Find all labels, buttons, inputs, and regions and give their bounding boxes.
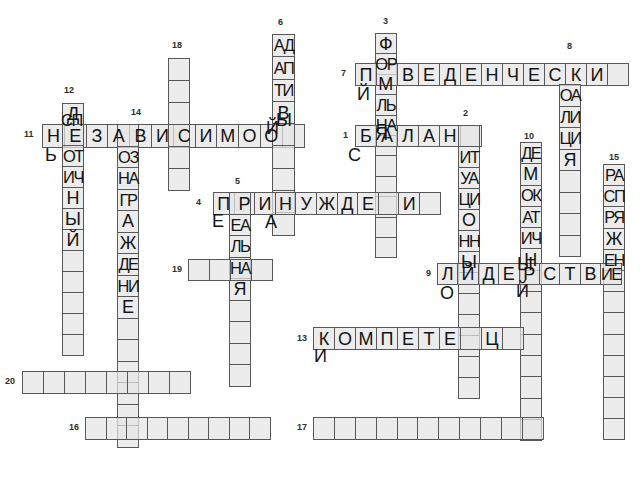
- cell-6-down-3[interactable]: ТИ: [272, 79, 295, 102]
- word-5-down: ЕАЛЬНАЯ: [229, 192, 251, 387]
- word-15-down: РАСПРЯЖЕН: [603, 164, 625, 440]
- cell-1-across-4[interactable]: А: [418, 125, 440, 147]
- cell-7-across-5[interactable]: Д: [439, 63, 461, 86]
- cell-9-across-9[interactable]: ИЕ: [600, 263, 621, 285]
- word-17-across: [313, 417, 544, 440]
- cell-9-across-7[interactable]: Т: [559, 263, 580, 285]
- cell-17-across-6[interactable]: [417, 417, 439, 440]
- cell-17-across-1[interactable]: [313, 417, 335, 440]
- clue-number-14: 14: [131, 108, 141, 117]
- cell-2-down-5[interactable]: О: [458, 209, 480, 231]
- cell-8-down-8[interactable]: [559, 235, 581, 258]
- cell-17-across-5[interactable]: [397, 417, 419, 440]
- cell-14-down-7[interactable]: ДЕ: [117, 253, 139, 276]
- cell-letter: З: [92, 127, 103, 145]
- cell-letter: ИЕ: [601, 266, 621, 283]
- cell-letter: Ж: [318, 195, 335, 213]
- cell-letter: ЛИ: [560, 109, 580, 126]
- cell-letter: Е: [423, 66, 435, 84]
- word-4-across: ПРИНУЖДЕИ: [213, 192, 441, 215]
- word-18-down: [168, 58, 190, 191]
- cell-letter: М: [523, 165, 538, 183]
- cell-letter: Й: [462, 265, 475, 283]
- cell-13-across-9[interactable]: Ц: [481, 327, 503, 350]
- cell-letter: Я: [564, 151, 577, 169]
- cell-letter: В: [584, 265, 596, 283]
- cell-letter: К: [571, 66, 582, 84]
- cell-17-across-8[interactable]: [459, 417, 481, 440]
- cell-2-down-2[interactable]: ИТ: [458, 146, 480, 168]
- cell-14-down-11[interactable]: [117, 339, 139, 362]
- cell-4-across-8[interactable]: Е: [357, 192, 379, 215]
- cell-7-across-12[interactable]: И: [586, 63, 608, 86]
- cell-5-down-3[interactable]: ЛЬ: [229, 235, 251, 258]
- cell-letter: П: [360, 66, 373, 84]
- cell-letter: РЯ: [604, 209, 624, 226]
- cell-letter: А: [122, 212, 134, 230]
- cell-9-across-1[interactable]: Л: [437, 263, 458, 285]
- word-8-down: ОАЛИЦИЯ: [559, 84, 581, 257]
- cell-19-across-4[interactable]: [251, 259, 273, 281]
- stray-letter-2: СП: [61, 112, 82, 129]
- clue-number-12: 12: [64, 86, 74, 95]
- cell-10-down-11[interactable]: [520, 355, 542, 377]
- cell-16-across-2[interactable]: [106, 417, 128, 440]
- cell-letter: АД: [274, 37, 294, 54]
- cell-letter: Е: [465, 66, 477, 84]
- cell-letter: Л: [402, 127, 414, 145]
- cell-1-across-1[interactable]: Б: [355, 125, 377, 147]
- cell-letter: Е: [69, 127, 81, 145]
- clue-number-9: 9: [426, 269, 431, 278]
- cell-letter: П: [381, 330, 394, 348]
- cell-19-across-1[interactable]: [188, 259, 210, 281]
- cell-letter: Н: [486, 66, 499, 84]
- cell-13-across-3[interactable]: М: [355, 327, 377, 350]
- clue-number-5: 5: [235, 177, 240, 186]
- cell-20-across-6[interactable]: [127, 371, 149, 394]
- cell-18-down-3[interactable]: [168, 102, 190, 125]
- word-20-across: [22, 371, 191, 394]
- cell-4-across-6[interactable]: Ж: [316, 192, 338, 215]
- cell-10-down-2[interactable]: М: [520, 163, 542, 185]
- cell-letter: ДЕ: [521, 145, 540, 162]
- cell-17-across-7[interactable]: [438, 417, 460, 440]
- cell-3-down-11[interactable]: [375, 237, 397, 258]
- cell-13-across-6[interactable]: Т: [418, 327, 440, 350]
- cell-20-across-7[interactable]: [148, 371, 170, 394]
- clue-number-2: 2: [463, 109, 468, 118]
- cell-5-down-6[interactable]: [229, 300, 251, 323]
- clue-number-3: 3: [383, 17, 388, 26]
- cell-2-down-1[interactable]: [458, 125, 480, 147]
- cell-4-across-5[interactable]: У: [295, 192, 317, 215]
- cell-13-across-10[interactable]: [502, 327, 524, 350]
- cell-7-across-8[interactable]: Ч: [502, 63, 524, 86]
- cell-15-down-11[interactable]: [603, 376, 625, 398]
- cell-5-down-8[interactable]: [229, 343, 251, 366]
- cell-letter: Е: [402, 330, 414, 348]
- cell-20-across-8[interactable]: [169, 371, 191, 394]
- clue-number-1: 1: [343, 131, 348, 140]
- cell-letter: И: [403, 195, 416, 213]
- cell-4-across-7[interactable]: Д: [337, 192, 359, 215]
- crossword-board: crossword НЕЗАВИСИМОО11ДОТИЧНЫЙ12ОЗНАГРА…: [0, 0, 640, 480]
- cell-19-across-2[interactable]: [209, 259, 231, 281]
- cell-letter: Ц: [485, 330, 498, 348]
- cell-letter: А: [423, 127, 435, 145]
- cell-7-across-7[interactable]: Н: [481, 63, 503, 86]
- cell-letter: П: [217, 195, 230, 213]
- cell-letter: ИТ: [460, 149, 479, 166]
- cell-11-across-8[interactable]: И: [195, 124, 218, 148]
- cell-12-down-10[interactable]: [62, 292, 84, 314]
- cell-13-across-4[interactable]: П: [376, 327, 398, 350]
- cell-letter: Ж: [606, 230, 623, 248]
- cell-2-down-3[interactable]: УА: [458, 167, 480, 189]
- cell-2-down-12[interactable]: [458, 356, 480, 378]
- cell-14-down-6[interactable]: Ж: [117, 232, 139, 255]
- word-2-down: ИТУАЦИОННЫ: [458, 125, 480, 399]
- cell-letter: М: [220, 127, 235, 145]
- cell-letter: Е: [528, 66, 540, 84]
- cell-10-down-3[interactable]: ОК: [520, 185, 542, 207]
- cell-letter: Ж: [120, 234, 137, 252]
- cell-letter: А: [113, 127, 125, 145]
- stray-letter-9: А: [265, 213, 277, 231]
- cell-7-across-3[interactable]: В: [397, 63, 419, 86]
- cell-letter: М: [359, 330, 374, 348]
- cell-letter: ОР: [375, 56, 396, 73]
- cell-17-across-10[interactable]: [501, 417, 523, 440]
- cell-7-across-1[interactable]: П: [355, 63, 377, 86]
- cell-letter: РА: [605, 167, 623, 184]
- cell-20-across-2[interactable]: [43, 371, 65, 394]
- cell-letter: Е: [122, 298, 134, 316]
- stray-letter-8: Е: [212, 212, 224, 230]
- cell-letter: ЦИ: [559, 130, 580, 147]
- cell-letter: ТИ: [274, 82, 293, 99]
- cell-18-down-6[interactable]: [168, 168, 190, 191]
- cell-letter: Н: [67, 189, 80, 207]
- cell-letter: Т: [424, 330, 435, 348]
- cell-7-across-11[interactable]: К: [565, 63, 587, 86]
- cell-9-across-8[interactable]: В: [580, 263, 601, 285]
- cell-2-down-6[interactable]: НН: [458, 230, 480, 252]
- cell-15-down-8[interactable]: [603, 312, 625, 334]
- cell-7-across-10[interactable]: С: [544, 63, 566, 86]
- cell-10-down-5[interactable]: ИЧ: [520, 227, 542, 249]
- cell-letter: С: [543, 265, 556, 283]
- cell-letter: Н: [279, 195, 292, 213]
- cell-3-down-7[interactable]: [375, 155, 397, 176]
- clue-number-19: 19: [172, 265, 182, 274]
- cell-4-across-4[interactable]: Н: [275, 192, 297, 215]
- cell-15-down-2[interactable]: СП: [603, 185, 625, 207]
- word-16-across: [85, 417, 271, 440]
- clue-number-16: 16: [69, 423, 79, 432]
- cell-letter: Ч: [507, 66, 519, 84]
- cell-letter: ЛЬ: [231, 238, 250, 255]
- cell-15-down-12[interactable]: [603, 397, 625, 419]
- cell-14-down-8[interactable]: НИ: [117, 275, 139, 298]
- cell-letter: УА: [460, 170, 477, 187]
- cell-7-across-4[interactable]: Е: [418, 63, 440, 86]
- cell-14-down-4[interactable]: ГР: [117, 189, 139, 212]
- cell-letter: ЛЬ: [376, 97, 395, 114]
- cell-7-across-9[interactable]: Е: [523, 63, 545, 86]
- cell-6-down-7[interactable]: [272, 168, 295, 191]
- cell-6-down-2[interactable]: АП: [272, 56, 295, 79]
- cell-17-across-3[interactable]: [355, 417, 377, 440]
- cell-letter: ДЕ: [118, 256, 137, 273]
- cell-letter: С: [178, 127, 191, 145]
- cell-17-across-9[interactable]: [480, 417, 502, 440]
- cell-12-down-7[interactable]: Й: [62, 229, 84, 251]
- cell-5-down-4[interactable]: НА: [229, 257, 251, 280]
- cell-17-across-4[interactable]: [376, 417, 398, 440]
- cell-12-down-8[interactable]: [62, 250, 84, 272]
- cell-letter: И: [156, 127, 169, 145]
- cell-letter: СП: [604, 188, 625, 205]
- cell-12-down-6[interactable]: Ы: [62, 208, 84, 230]
- cell-8-down-5[interactable]: [559, 170, 581, 193]
- cell-3-down-1[interactable]: Ф: [375, 33, 397, 54]
- cell-18-down-2[interactable]: [168, 80, 190, 103]
- cell-15-down-7[interactable]: [603, 291, 625, 313]
- cell-16-across-4[interactable]: [147, 417, 169, 440]
- cell-15-down-3[interactable]: РЯ: [603, 206, 625, 228]
- cell-8-down-2[interactable]: ЛИ: [559, 106, 581, 129]
- cell-5-down-2[interactable]: ЕА: [229, 214, 251, 237]
- cell-8-down-3[interactable]: ЦИ: [559, 127, 581, 150]
- cell-letter: НА: [230, 260, 250, 277]
- cell-5-down-5[interactable]: Я: [229, 278, 251, 301]
- cell-letter: АП: [274, 60, 294, 77]
- cell-17-across-2[interactable]: [334, 417, 356, 440]
- clue-number-18: 18: [172, 41, 182, 50]
- cell-letter: И: [200, 127, 213, 145]
- cell-3-down-4[interactable]: ЛЬ: [375, 94, 397, 115]
- cell-letter: У: [300, 195, 311, 213]
- cell-12-down-3[interactable]: ОТ: [62, 145, 84, 167]
- clue-number-11: 11: [24, 130, 34, 139]
- cell-letter: ИЧ: [521, 230, 541, 247]
- cell-13-across-7[interactable]: Е: [439, 327, 461, 350]
- cell-letter: Е: [503, 265, 515, 283]
- clue-number-4: 4: [196, 198, 201, 207]
- cell-14-down-2[interactable]: ОЗ: [117, 146, 139, 169]
- cell-17-across-11[interactable]: [522, 417, 544, 440]
- cell-20-across-1[interactable]: [22, 371, 44, 394]
- cell-20-across-4[interactable]: [85, 371, 107, 394]
- cell-letter: ОК: [521, 187, 540, 204]
- cell-letter: ОТ: [63, 148, 83, 165]
- cell-20-across-3[interactable]: [64, 371, 86, 394]
- cell-16-across-3[interactable]: [126, 417, 148, 440]
- cell-9-across-3[interactable]: Д: [478, 263, 499, 285]
- cell-14-down-10[interactable]: [117, 318, 139, 341]
- cell-12-down-11[interactable]: [62, 313, 84, 335]
- cell-letter: Б: [360, 127, 372, 145]
- stray-letter-1: Ь: [45, 146, 57, 164]
- cell-letter: В: [135, 127, 147, 145]
- cell-16-across-9[interactable]: [249, 417, 271, 440]
- stray-letter-10: О: [440, 284, 454, 302]
- cell-15-down-4[interactable]: Ж: [603, 228, 625, 250]
- cell-16-across-8[interactable]: [229, 417, 251, 440]
- cell-14-down-9[interactable]: Е: [117, 296, 139, 319]
- stray-letter-7: Я: [375, 125, 388, 143]
- cell-letter: К: [319, 330, 330, 348]
- word-14-down: ОЗНАГРАЖДЕНИЕ: [117, 124, 139, 448]
- cell-letter: ЦИ: [458, 191, 479, 208]
- cell-letter: Д: [341, 195, 353, 213]
- cell-2-down-4[interactable]: ЦИ: [458, 188, 480, 210]
- cell-letter: М: [378, 75, 393, 93]
- clue-number-7: 7: [341, 69, 346, 78]
- cell-4-across-11[interactable]: [419, 192, 441, 215]
- cell-12-down-9[interactable]: [62, 271, 84, 293]
- cell-15-down-1[interactable]: РА: [603, 164, 625, 186]
- cell-letter: АТ: [522, 209, 539, 226]
- cell-9-across-6[interactable]: С: [539, 263, 560, 285]
- cell-letter: О: [338, 330, 352, 348]
- cell-6-down-1[interactable]: АД: [272, 34, 295, 57]
- cell-14-down-3[interactable]: НА: [117, 167, 139, 190]
- cell-11-across-10[interactable]: О: [238, 124, 261, 148]
- cell-7-across-6[interactable]: Е: [460, 63, 482, 86]
- cell-letter: Ы: [65, 210, 81, 228]
- cell-12-down-5[interactable]: Н: [62, 187, 84, 209]
- cell-18-down-5[interactable]: [168, 146, 190, 169]
- stray-letter-4: Й: [266, 119, 279, 137]
- cell-10-down-12[interactable]: [520, 376, 542, 398]
- cell-13-across-8[interactable]: [460, 327, 482, 350]
- cell-7-across-13[interactable]: [607, 63, 629, 86]
- cell-11-across-3[interactable]: З: [86, 124, 109, 148]
- cell-1-across-3[interactable]: Л: [397, 125, 419, 147]
- cell-letter: Е: [362, 195, 374, 213]
- cell-13-across-5[interactable]: Е: [397, 327, 419, 350]
- cell-8-down-1[interactable]: ОА: [559, 84, 581, 107]
- cell-12-down-4[interactable]: ИЧ: [62, 166, 84, 188]
- cell-letter: Н: [47, 127, 60, 145]
- cell-letter: С: [549, 66, 562, 84]
- cell-letter: Т: [565, 265, 576, 283]
- cell-letter: И: [259, 195, 272, 213]
- cell-letter: Ф: [379, 35, 393, 53]
- stray-letter-12: Й: [516, 282, 529, 300]
- word-13-across: КОМПЕТЕЦ: [313, 327, 524, 350]
- clue-number-6: 6: [278, 18, 283, 27]
- cell-20-across-5[interactable]: [106, 371, 128, 394]
- cell-2-down-9[interactable]: [458, 293, 480, 315]
- cell-letter: Й: [67, 231, 80, 249]
- cell-3-down-10[interactable]: [375, 217, 397, 238]
- cell-letter: НН: [459, 233, 480, 250]
- cell-16-across-6[interactable]: [188, 417, 210, 440]
- cell-3-down-2[interactable]: ОР: [375, 53, 397, 74]
- cell-14-down-5[interactable]: А: [117, 210, 139, 233]
- cell-letter: Е: [444, 330, 456, 348]
- clue-number-13: 13: [297, 334, 307, 343]
- cell-8-down-6[interactable]: [559, 192, 581, 215]
- cell-letter: Я: [234, 280, 247, 298]
- cell-16-across-5[interactable]: [167, 417, 189, 440]
- cell-4-across-9[interactable]: [378, 192, 400, 215]
- cell-5-down-9[interactable]: [229, 364, 251, 387]
- clue-number-10: 10: [524, 132, 534, 141]
- cell-letter: Р: [238, 195, 250, 213]
- stray-letter-11: Ы: [517, 255, 533, 273]
- cell-5-down-7[interactable]: [229, 321, 251, 344]
- cell-18-down-1[interactable]: [168, 58, 190, 81]
- cell-15-down-10[interactable]: [603, 355, 625, 377]
- clue-number-20: 20: [5, 377, 15, 386]
- cell-letter: НА: [118, 170, 138, 187]
- stray-letter-13: И: [314, 347, 327, 365]
- clue-number-8: 8: [567, 42, 572, 51]
- cell-letter: НИ: [118, 278, 139, 295]
- cell-letter: ОА: [560, 87, 580, 104]
- cell-8-down-4[interactable]: Я: [559, 149, 581, 172]
- cell-8-down-7[interactable]: [559, 213, 581, 236]
- clue-number-17: 17: [297, 423, 307, 432]
- cell-letter: ОЗ: [118, 149, 138, 166]
- cell-2-down-13[interactable]: [458, 377, 480, 399]
- cell-letter: О: [462, 211, 476, 229]
- cell-4-across-10[interactable]: И: [398, 192, 420, 215]
- cell-letter: О: [243, 127, 257, 145]
- clue-number-15: 15: [609, 153, 619, 162]
- cell-letter: ГР: [120, 192, 137, 209]
- cell-letter: ИЧ: [63, 169, 83, 186]
- cell-10-down-1[interactable]: ДЕ: [520, 142, 542, 164]
- cell-letter: Д: [444, 66, 456, 84]
- cell-letter: Д: [482, 265, 494, 283]
- cell-6-down-6[interactable]: [272, 145, 295, 168]
- cell-13-across-2[interactable]: О: [334, 327, 356, 350]
- stray-letter-6: С: [348, 146, 361, 164]
- cell-letter: ЕА: [230, 217, 249, 234]
- cell-15-down-13[interactable]: [603, 418, 625, 440]
- cell-letter: И: [591, 66, 604, 84]
- cell-10-down-4[interactable]: АТ: [520, 206, 542, 228]
- cell-letter: Н: [444, 127, 457, 145]
- cell-16-across-7[interactable]: [208, 417, 230, 440]
- cell-16-across-1[interactable]: [85, 417, 107, 440]
- cell-15-down-9[interactable]: [603, 334, 625, 356]
- cell-letter: В: [402, 66, 414, 84]
- cell-letter: Л: [442, 265, 454, 283]
- stray-letter-5: Й: [357, 85, 370, 103]
- cell-12-down-12[interactable]: [62, 334, 84, 356]
- cell-11-across-9[interactable]: М: [216, 124, 239, 148]
